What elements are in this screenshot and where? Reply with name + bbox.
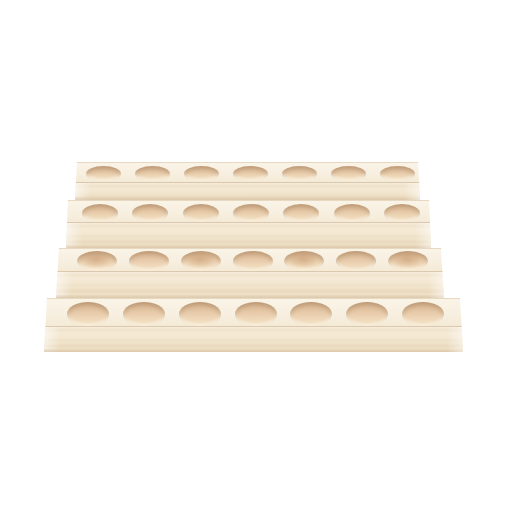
tier-top-surface <box>75 162 420 182</box>
tier-bottom-edge <box>56 295 444 298</box>
bottle-hole <box>77 251 117 271</box>
bottle-hole <box>233 204 269 222</box>
wooden-display-stand <box>0 0 512 512</box>
bottle-hole <box>183 204 219 222</box>
bottle-hole <box>282 166 317 181</box>
tier-3 <box>66 200 431 248</box>
bottle-hole <box>82 204 118 222</box>
bottle-hole <box>334 204 370 222</box>
bottle-hole <box>284 251 324 271</box>
bottle-hole <box>123 302 165 326</box>
bottle-hole <box>402 302 444 326</box>
bottle-hole <box>233 251 273 271</box>
bottle-hole <box>67 302 109 326</box>
tier-front-face <box>44 326 463 352</box>
tier-front-face <box>66 222 431 248</box>
bottle-hole <box>233 166 268 181</box>
bottle-hole <box>184 166 219 181</box>
tier-top-surface <box>66 200 431 222</box>
bottle-hole <box>235 302 277 326</box>
tier-2 <box>56 248 444 298</box>
bottle-hole <box>86 166 121 181</box>
bottle-hole <box>181 251 221 271</box>
bottle-hole <box>388 251 428 271</box>
tier-top-surface <box>44 298 463 326</box>
bottle-hole <box>380 166 415 181</box>
bottle-hole <box>179 302 221 326</box>
tier-top-surface <box>56 248 444 271</box>
tier-1-front <box>44 298 463 352</box>
bottle-hole <box>331 166 366 181</box>
bottle-hole <box>384 204 420 222</box>
product-photo <box>0 0 512 512</box>
tier-front-face <box>56 271 444 298</box>
bottle-hole <box>283 204 319 222</box>
bottle-hole <box>132 204 168 222</box>
tier-bottom-edge <box>44 349 463 352</box>
bottle-hole <box>336 251 376 271</box>
tier-bottom-edge <box>75 197 420 200</box>
bottle-hole <box>129 251 169 271</box>
bottle-hole <box>290 302 332 326</box>
bottle-hole <box>135 166 170 181</box>
bottle-hole <box>346 302 388 326</box>
tier-front-face <box>75 182 420 200</box>
tier-4-back <box>75 162 420 200</box>
tier-bottom-edge <box>66 245 431 248</box>
